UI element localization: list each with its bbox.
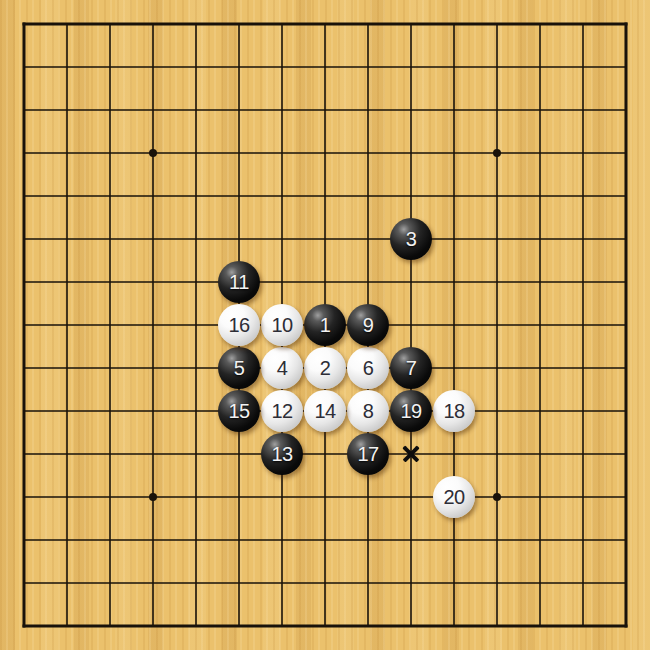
move-number: 2 [320,358,331,378]
stone-black-3[interactable]: 3 [390,218,432,260]
stone-white-8[interactable]: 8 [347,390,389,432]
move-number: 15 [228,401,249,421]
stone-black-17[interactable]: 17 [347,433,389,475]
move-number: 19 [400,401,421,421]
move-number: 8 [363,401,374,421]
stone-white-18[interactable]: 18 [433,390,475,432]
move-number: 5 [234,358,245,378]
move-number: 6 [363,358,374,378]
move-number: 16 [228,315,249,335]
stone-black-15[interactable]: 15 [218,390,260,432]
stone-white-10[interactable]: 10 [261,304,303,346]
stone-black-9[interactable]: 9 [347,304,389,346]
move-number: 10 [271,315,292,335]
move-number: 14 [314,401,335,421]
move-number: 3 [406,229,417,249]
stone-white-4[interactable]: 4 [261,347,303,389]
move-number: 11 [229,272,249,292]
stone-black-1[interactable]: 1 [304,304,346,346]
stone-black-7[interactable]: 7 [390,347,432,389]
stone-black-5[interactable]: 5 [218,347,260,389]
move-number: 18 [443,401,464,421]
move-number: 4 [277,358,288,378]
stone-white-20[interactable]: 20 [433,476,475,518]
move-number: 13 [271,444,292,464]
gomoku-board[interactable]: 1234567891011121314151617181920 [0,0,650,650]
stone-white-6[interactable]: 6 [347,347,389,389]
stone-layer: 1234567891011121314151617181920 [0,0,650,650]
move-number: 12 [271,401,292,421]
move-number: 1 [320,315,331,335]
stone-white-12[interactable]: 12 [261,390,303,432]
move-number: 20 [443,487,464,507]
move-number: 9 [363,315,374,335]
stone-white-16[interactable]: 16 [218,304,260,346]
stone-black-13[interactable]: 13 [261,433,303,475]
move-number: 7 [406,358,417,378]
stone-black-19[interactable]: 19 [390,390,432,432]
stone-white-14[interactable]: 14 [304,390,346,432]
move-number: 17 [357,444,378,464]
stone-black-11[interactable]: 11 [218,261,260,303]
stone-white-2[interactable]: 2 [304,347,346,389]
